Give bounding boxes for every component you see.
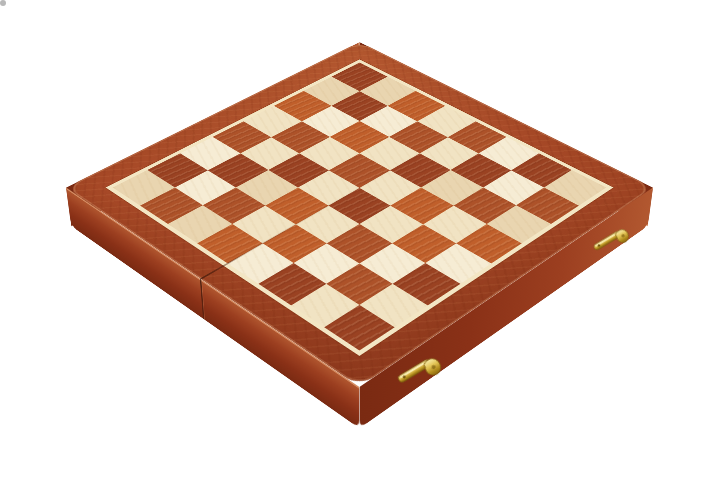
playing-field [106,59,614,356]
board-top-face [66,42,653,387]
fold-seam-side [200,278,205,319]
chess-board [66,42,653,387]
product-photo-canvas [0,0,720,478]
photo-artifact-dot [0,0,6,6]
